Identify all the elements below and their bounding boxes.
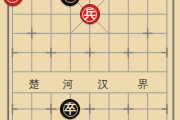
black-piece-cropped[interactable]: [60, 0, 80, 6]
red-piece-cropped[interactable]: [3, 0, 23, 6]
black-soldier[interactable]: 卒: [60, 99, 80, 119]
piece-layer: 兵卒: [0, 0, 180, 120]
piece-glyph: 卒: [64, 103, 76, 115]
piece-ring: [5, 0, 20, 3]
xiangqi-board: 楚河汉界 兵卒: [0, 0, 180, 120]
red-soldier[interactable]: 兵: [80, 4, 100, 24]
piece-ring: [63, 0, 78, 3]
piece-glyph: 兵: [84, 8, 96, 20]
